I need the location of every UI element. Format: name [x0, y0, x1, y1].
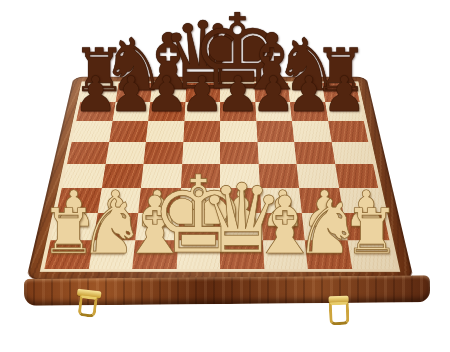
- square-a6[interactable]: [72, 121, 112, 142]
- square-b6[interactable]: [109, 121, 148, 142]
- brass-latch-left: [74, 289, 101, 319]
- square-g5[interactable]: [294, 142, 335, 164]
- piece-white-rook-h1[interactable]: ♜: [344, 202, 399, 264]
- square-h6[interactable]: [328, 121, 368, 142]
- square-d6[interactable]: [183, 121, 220, 142]
- brass-latch-right: [329, 296, 350, 326]
- square-g6[interactable]: [292, 121, 331, 142]
- product-photo-canvas: ♜♞♝♛♚♝♞♜♟♟♟♟♟♟♟♟♟♟♟♟♟♟♟♟♜♞♝♚♛♝♞♜: [0, 0, 450, 352]
- latch-loop-icon: [329, 302, 350, 326]
- square-b5[interactable]: [105, 142, 146, 164]
- square-h5[interactable]: [331, 142, 373, 164]
- square-e6[interactable]: [220, 121, 257, 142]
- latch-loop-icon: [77, 295, 97, 318]
- square-f6[interactable]: [256, 121, 294, 142]
- piece-black-pawn-h7[interactable]: ♟: [323, 70, 367, 119]
- square-f5[interactable]: [257, 142, 296, 164]
- square-a5[interactable]: [67, 142, 109, 164]
- square-c6[interactable]: [146, 121, 184, 142]
